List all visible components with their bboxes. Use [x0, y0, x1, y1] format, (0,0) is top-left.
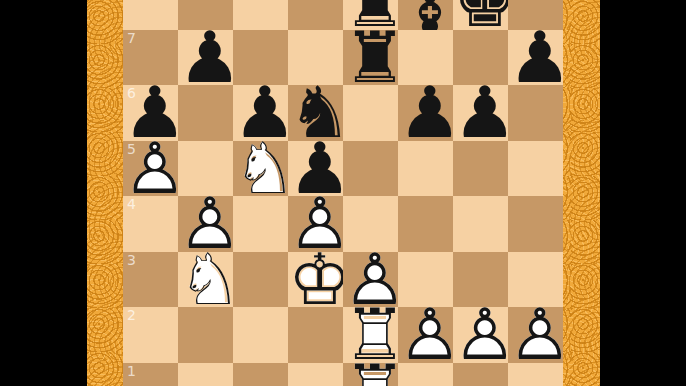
white-pawn-outline-icon: ♙ [453, 307, 508, 363]
rank-label-3: 3 [127, 253, 136, 268]
square-f5[interactable] [398, 141, 453, 197]
square-c1[interactable] [233, 363, 288, 386]
square-h6[interactable] [508, 85, 563, 141]
square-b1[interactable] [178, 363, 233, 386]
square-g4[interactable] [453, 196, 508, 252]
square-g1[interactable] [453, 363, 508, 386]
white-pawn-outline-icon: ♙ [123, 141, 178, 197]
white-rook-outline-icon: ♖ [343, 363, 398, 386]
square-g6[interactable]: ♟ [453, 85, 508, 141]
black-king-icon: ♚ [453, 0, 508, 30]
square-a1[interactable]: 1 [123, 363, 178, 386]
rank-label-1: 1 [127, 364, 136, 379]
white-king-outline-icon: ♔ [288, 252, 343, 308]
square-b3[interactable]: ♞♘ [178, 252, 233, 308]
square-f1[interactable] [398, 363, 453, 386]
white-knight-outline-icon: ♘ [178, 252, 233, 308]
piece-white-pawn-g2[interactable]: ♟♙ [453, 307, 508, 363]
piece-white-knight-b3[interactable]: ♞♘ [178, 252, 233, 308]
piece-white-king-d3[interactable]: ♚♔ [288, 252, 343, 308]
square-h2[interactable]: ♟♙ [508, 307, 563, 363]
board-frame: ♜♝♚7♟♜♟6♟♟♞♟♟5♟♙♞♘♟4♟♙♟♙3♞♘♚♔♟♙2♜♖♟♙♟♙♟♙… [87, 0, 600, 386]
letterbox-left [0, 0, 87, 386]
square-g8[interactable]: ♚ [453, 0, 508, 30]
letterbox-right [600, 0, 686, 386]
square-a5[interactable]: 5♟♙ [123, 141, 178, 197]
rank-label-2: 2 [127, 308, 136, 323]
chess-board: ♜♝♚7♟♜♟6♟♟♞♟♟5♟♙♞♘♟4♟♙♟♙3♞♘♚♔♟♙2♜♖♟♙♟♙♟♙… [123, 0, 563, 386]
piece-black-pawn-f6[interactable]: ♟ [398, 85, 453, 141]
square-d1[interactable] [288, 363, 343, 386]
black-pawn-icon: ♟ [398, 85, 453, 141]
square-d3[interactable]: ♚♔ [288, 252, 343, 308]
square-a8[interactable] [123, 0, 178, 30]
piece-white-rook-e1[interactable]: ♜♖ [343, 363, 398, 386]
square-c2[interactable] [233, 307, 288, 363]
white-pawn-outline-icon: ♙ [508, 307, 563, 363]
square-d8[interactable] [288, 0, 343, 30]
square-h5[interactable] [508, 141, 563, 197]
square-a2[interactable]: 2 [123, 307, 178, 363]
rank-label-7: 7 [127, 31, 136, 46]
screenshot-stage: ♜♝♚7♟♜♟6♟♟♞♟♟5♟♙♞♘♟4♟♙♟♙3♞♘♚♔♟♙2♜♖♟♙♟♙♟♙… [0, 0, 686, 386]
rank-label-4: 4 [127, 197, 136, 212]
square-g5[interactable] [453, 141, 508, 197]
square-h1[interactable] [508, 363, 563, 386]
square-b2[interactable] [178, 307, 233, 363]
square-a3[interactable]: 3 [123, 252, 178, 308]
piece-white-pawn-h2[interactable]: ♟♙ [508, 307, 563, 363]
piece-white-pawn-a5[interactable]: ♟♙ [123, 141, 178, 197]
square-e1[interactable]: ♜♖ [343, 363, 398, 386]
square-c3[interactable] [233, 252, 288, 308]
piece-black-pawn-g6[interactable]: ♟ [453, 85, 508, 141]
square-a4[interactable]: 4 [123, 196, 178, 252]
square-d2[interactable] [288, 307, 343, 363]
square-f6[interactable]: ♟ [398, 85, 453, 141]
black-pawn-icon: ♟ [453, 85, 508, 141]
piece-black-king-g8[interactable]: ♚ [453, 0, 508, 30]
square-h4[interactable] [508, 196, 563, 252]
square-g2[interactable]: ♟♙ [453, 307, 508, 363]
